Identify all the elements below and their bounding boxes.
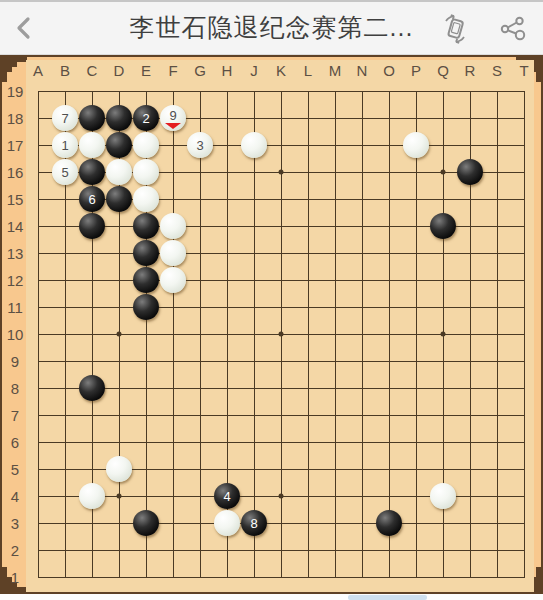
intersection-C18[interactable] — [79, 105, 106, 132]
intersection-N12[interactable] — [349, 267, 376, 294]
intersection-C16[interactable] — [79, 159, 106, 186]
intersection-M13[interactable] — [322, 240, 349, 267]
intersection-J14[interactable] — [241, 213, 268, 240]
intersection-L12[interactable] — [295, 267, 322, 294]
intersection-S1[interactable] — [484, 564, 511, 591]
intersection-C19[interactable] — [79, 78, 106, 105]
intersection-J5[interactable] — [241, 456, 268, 483]
intersection-H10[interactable] — [214, 321, 241, 348]
intersection-Q16[interactable] — [430, 159, 457, 186]
intersection-M14[interactable] — [322, 213, 349, 240]
intersection-F11[interactable] — [160, 294, 187, 321]
intersection-T1[interactable] — [511, 564, 538, 591]
intersection-H3[interactable] — [214, 510, 241, 537]
intersection-C6[interactable] — [79, 429, 106, 456]
intersection-G17[interactable]: 3 — [187, 132, 214, 159]
intersection-E19[interactable] — [133, 78, 160, 105]
intersection-B17[interactable]: 1 — [52, 132, 79, 159]
intersection-J13[interactable] — [241, 240, 268, 267]
intersection-A2[interactable] — [25, 537, 52, 564]
intersection-F10[interactable] — [160, 321, 187, 348]
intersection-Q2[interactable] — [430, 537, 457, 564]
intersection-A19[interactable] — [25, 78, 52, 105]
intersection-C5[interactable] — [79, 456, 106, 483]
intersection-T8[interactable] — [511, 375, 538, 402]
intersection-H16[interactable] — [214, 159, 241, 186]
intersection-K6[interactable] — [268, 429, 295, 456]
intersection-K13[interactable] — [268, 240, 295, 267]
intersection-H5[interactable] — [214, 456, 241, 483]
intersection-D14[interactable] — [106, 213, 133, 240]
intersection-H8[interactable] — [214, 375, 241, 402]
intersection-Q1[interactable] — [430, 564, 457, 591]
intersection-C15[interactable]: 6 — [79, 186, 106, 213]
intersection-R18[interactable] — [457, 105, 484, 132]
intersection-F15[interactable] — [160, 186, 187, 213]
intersection-M15[interactable] — [322, 186, 349, 213]
intersection-D13[interactable] — [106, 240, 133, 267]
intersection-E1[interactable] — [133, 564, 160, 591]
intersection-T14[interactable] — [511, 213, 538, 240]
intersection-K14[interactable] — [268, 213, 295, 240]
intersection-H1[interactable] — [214, 564, 241, 591]
intersection-G10[interactable] — [187, 321, 214, 348]
intersection-E15[interactable] — [133, 186, 160, 213]
intersection-B19[interactable] — [52, 78, 79, 105]
intersection-P10[interactable] — [403, 321, 430, 348]
intersection-M3[interactable] — [322, 510, 349, 537]
intersection-P13[interactable] — [403, 240, 430, 267]
intersection-J8[interactable] — [241, 375, 268, 402]
intersection-M6[interactable] — [322, 429, 349, 456]
intersection-F7[interactable] — [160, 402, 187, 429]
intersection-R8[interactable] — [457, 375, 484, 402]
intersection-Q7[interactable] — [430, 402, 457, 429]
intersection-N4[interactable] — [349, 483, 376, 510]
intersection-Q19[interactable] — [430, 78, 457, 105]
intersection-N1[interactable] — [349, 564, 376, 591]
intersection-R7[interactable] — [457, 402, 484, 429]
intersection-F9[interactable] — [160, 348, 187, 375]
intersection-J2[interactable] — [241, 537, 268, 564]
intersection-M18[interactable] — [322, 105, 349, 132]
intersection-D7[interactable] — [106, 402, 133, 429]
intersection-E11[interactable] — [133, 294, 160, 321]
intersection-E13[interactable] — [133, 240, 160, 267]
intersection-A7[interactable] — [25, 402, 52, 429]
intersection-J12[interactable] — [241, 267, 268, 294]
intersection-G18[interactable] — [187, 105, 214, 132]
intersection-S12[interactable] — [484, 267, 511, 294]
intersection-E7[interactable] — [133, 402, 160, 429]
intersection-A14[interactable] — [25, 213, 52, 240]
intersection-H7[interactable] — [214, 402, 241, 429]
intersection-H6[interactable] — [214, 429, 241, 456]
intersection-P12[interactable] — [403, 267, 430, 294]
intersection-T2[interactable] — [511, 537, 538, 564]
intersection-A12[interactable] — [25, 267, 52, 294]
intersection-E17[interactable] — [133, 132, 160, 159]
intersection-A3[interactable] — [25, 510, 52, 537]
intersection-F3[interactable] — [160, 510, 187, 537]
intersection-Q10[interactable] — [430, 321, 457, 348]
intersection-Q15[interactable] — [430, 186, 457, 213]
intersection-G14[interactable] — [187, 213, 214, 240]
intersection-D3[interactable] — [106, 510, 133, 537]
intersection-T3[interactable] — [511, 510, 538, 537]
intersection-H17[interactable] — [214, 132, 241, 159]
intersection-G9[interactable] — [187, 348, 214, 375]
intersection-D11[interactable] — [106, 294, 133, 321]
intersection-B13[interactable] — [52, 240, 79, 267]
intersection-B14[interactable] — [52, 213, 79, 240]
intersection-K3[interactable] — [268, 510, 295, 537]
intersection-M1[interactable] — [322, 564, 349, 591]
intersection-D4[interactable] — [106, 483, 133, 510]
intersection-R10[interactable] — [457, 321, 484, 348]
intersection-A18[interactable] — [25, 105, 52, 132]
intersection-J3[interactable]: 8 — [241, 510, 268, 537]
intersection-L4[interactable] — [295, 483, 322, 510]
intersection-B8[interactable] — [52, 375, 79, 402]
intersection-A9[interactable] — [25, 348, 52, 375]
intersection-C12[interactable] — [79, 267, 106, 294]
intersection-K11[interactable] — [268, 294, 295, 321]
intersection-S2[interactable] — [484, 537, 511, 564]
intersection-L14[interactable] — [295, 213, 322, 240]
intersection-T9[interactable] — [511, 348, 538, 375]
intersection-R13[interactable] — [457, 240, 484, 267]
intersection-R9[interactable] — [457, 348, 484, 375]
intersection-A10[interactable] — [25, 321, 52, 348]
intersection-D8[interactable] — [106, 375, 133, 402]
intersection-Q14[interactable] — [430, 213, 457, 240]
intersection-J4[interactable] — [241, 483, 268, 510]
intersection-R19[interactable] — [457, 78, 484, 105]
intersection-P15[interactable] — [403, 186, 430, 213]
intersection-O17[interactable] — [376, 132, 403, 159]
intersection-O11[interactable] — [376, 294, 403, 321]
intersection-L19[interactable] — [295, 78, 322, 105]
intersection-A6[interactable] — [25, 429, 52, 456]
intersection-T17[interactable] — [511, 132, 538, 159]
intersection-G6[interactable] — [187, 429, 214, 456]
intersection-B15[interactable] — [52, 186, 79, 213]
intersection-L9[interactable] — [295, 348, 322, 375]
intersection-R12[interactable] — [457, 267, 484, 294]
intersection-J16[interactable] — [241, 159, 268, 186]
intersection-F13[interactable] — [160, 240, 187, 267]
back-button[interactable] — [0, 2, 52, 54]
intersection-A13[interactable] — [25, 240, 52, 267]
intersection-L10[interactable] — [295, 321, 322, 348]
intersection-K7[interactable] — [268, 402, 295, 429]
intersection-M12[interactable] — [322, 267, 349, 294]
intersection-B12[interactable] — [52, 267, 79, 294]
intersection-F5[interactable] — [160, 456, 187, 483]
intersection-C3[interactable] — [79, 510, 106, 537]
intersection-R4[interactable] — [457, 483, 484, 510]
intersection-D5[interactable] — [106, 456, 133, 483]
intersection-F19[interactable] — [160, 78, 187, 105]
intersection-G7[interactable] — [187, 402, 214, 429]
intersection-Q12[interactable] — [430, 267, 457, 294]
intersection-J1[interactable] — [241, 564, 268, 591]
intersection-Q18[interactable] — [430, 105, 457, 132]
intersection-A16[interactable] — [25, 159, 52, 186]
intersection-E4[interactable] — [133, 483, 160, 510]
intersection-P8[interactable] — [403, 375, 430, 402]
intersection-S4[interactable] — [484, 483, 511, 510]
intersection-S5[interactable] — [484, 456, 511, 483]
intersection-T12[interactable] — [511, 267, 538, 294]
intersection-O6[interactable] — [376, 429, 403, 456]
intersection-D10[interactable] — [106, 321, 133, 348]
intersection-O5[interactable] — [376, 456, 403, 483]
intersection-J19[interactable] — [241, 78, 268, 105]
intersection-R11[interactable] — [457, 294, 484, 321]
intersection-R2[interactable] — [457, 537, 484, 564]
intersection-M5[interactable] — [322, 456, 349, 483]
intersection-J9[interactable] — [241, 348, 268, 375]
intersection-M7[interactable] — [322, 402, 349, 429]
intersection-N5[interactable] — [349, 456, 376, 483]
intersection-O16[interactable] — [376, 159, 403, 186]
intersection-Q17[interactable] — [430, 132, 457, 159]
intersection-C4[interactable] — [79, 483, 106, 510]
intersection-L8[interactable] — [295, 375, 322, 402]
intersection-G13[interactable] — [187, 240, 214, 267]
intersection-K12[interactable] — [268, 267, 295, 294]
intersection-B5[interactable] — [52, 456, 79, 483]
intersection-T5[interactable] — [511, 456, 538, 483]
intersection-N10[interactable] — [349, 321, 376, 348]
intersection-L7[interactable] — [295, 402, 322, 429]
intersection-O8[interactable] — [376, 375, 403, 402]
intersection-C2[interactable] — [79, 537, 106, 564]
intersection-L5[interactable] — [295, 456, 322, 483]
intersection-G11[interactable] — [187, 294, 214, 321]
intersection-N15[interactable] — [349, 186, 376, 213]
intersection-Q11[interactable] — [430, 294, 457, 321]
intersection-S15[interactable] — [484, 186, 511, 213]
intersection-K1[interactable] — [268, 564, 295, 591]
intersection-T15[interactable] — [511, 186, 538, 213]
intersection-Q4[interactable] — [430, 483, 457, 510]
intersection-L1[interactable] — [295, 564, 322, 591]
intersection-F16[interactable] — [160, 159, 187, 186]
intersection-G5[interactable] — [187, 456, 214, 483]
intersection-D18[interactable] — [106, 105, 133, 132]
intersection-M11[interactable] — [322, 294, 349, 321]
intersection-M16[interactable] — [322, 159, 349, 186]
intersection-C10[interactable] — [79, 321, 106, 348]
intersection-F2[interactable] — [160, 537, 187, 564]
intersection-K9[interactable] — [268, 348, 295, 375]
intersection-D9[interactable] — [106, 348, 133, 375]
intersection-D19[interactable] — [106, 78, 133, 105]
intersection-P5[interactable] — [403, 456, 430, 483]
intersection-O12[interactable] — [376, 267, 403, 294]
intersection-M17[interactable] — [322, 132, 349, 159]
intersection-K8[interactable] — [268, 375, 295, 402]
intersection-G16[interactable] — [187, 159, 214, 186]
intersection-F6[interactable] — [160, 429, 187, 456]
intersection-P9[interactable] — [403, 348, 430, 375]
intersection-E6[interactable] — [133, 429, 160, 456]
intersection-Q5[interactable] — [430, 456, 457, 483]
share-button[interactable] — [491, 7, 535, 51]
intersection-E12[interactable] — [133, 267, 160, 294]
intersection-H13[interactable] — [214, 240, 241, 267]
intersection-H14[interactable] — [214, 213, 241, 240]
intersection-P17[interactable] — [403, 132, 430, 159]
intersection-B1[interactable] — [52, 564, 79, 591]
intersection-O7[interactable] — [376, 402, 403, 429]
intersection-S18[interactable] — [484, 105, 511, 132]
intersection-B4[interactable] — [52, 483, 79, 510]
intersection-Q13[interactable] — [430, 240, 457, 267]
intersection-D17[interactable] — [106, 132, 133, 159]
intersection-N9[interactable] — [349, 348, 376, 375]
intersection-D15[interactable] — [106, 186, 133, 213]
intersection-A8[interactable] — [25, 375, 52, 402]
intersection-P7[interactable] — [403, 402, 430, 429]
intersection-B16[interactable]: 5 — [52, 159, 79, 186]
intersection-H2[interactable] — [214, 537, 241, 564]
intersection-K18[interactable] — [268, 105, 295, 132]
intersection-S9[interactable] — [484, 348, 511, 375]
intersection-T16[interactable] — [511, 159, 538, 186]
intersection-L18[interactable] — [295, 105, 322, 132]
intersection-E3[interactable] — [133, 510, 160, 537]
intersection-H12[interactable] — [214, 267, 241, 294]
intersection-E16[interactable] — [133, 159, 160, 186]
intersection-N17[interactable] — [349, 132, 376, 159]
intersection-F14[interactable] — [160, 213, 187, 240]
intersection-B2[interactable] — [52, 537, 79, 564]
intersection-O14[interactable] — [376, 213, 403, 240]
intersection-S3[interactable] — [484, 510, 511, 537]
intersection-D16[interactable] — [106, 159, 133, 186]
intersection-P6[interactable] — [403, 429, 430, 456]
intersection-T11[interactable] — [511, 294, 538, 321]
intersection-C17[interactable] — [79, 132, 106, 159]
intersection-T19[interactable] — [511, 78, 538, 105]
intersection-L6[interactable] — [295, 429, 322, 456]
intersection-N16[interactable] — [349, 159, 376, 186]
intersection-R16[interactable] — [457, 159, 484, 186]
intersection-A5[interactable] — [25, 456, 52, 483]
intersection-Q3[interactable] — [430, 510, 457, 537]
intersection-Q6[interactable] — [430, 429, 457, 456]
intersection-P11[interactable] — [403, 294, 430, 321]
intersection-S6[interactable] — [484, 429, 511, 456]
intersection-F4[interactable] — [160, 483, 187, 510]
intersection-E9[interactable] — [133, 348, 160, 375]
intersection-O10[interactable] — [376, 321, 403, 348]
intersection-K16[interactable] — [268, 159, 295, 186]
intersection-B10[interactable] — [52, 321, 79, 348]
intersection-O15[interactable] — [376, 186, 403, 213]
intersection-P19[interactable] — [403, 78, 430, 105]
intersection-L15[interactable] — [295, 186, 322, 213]
intersection-H15[interactable] — [214, 186, 241, 213]
intersection-O4[interactable] — [376, 483, 403, 510]
intersection-F1[interactable] — [160, 564, 187, 591]
intersection-L11[interactable] — [295, 294, 322, 321]
intersection-E14[interactable] — [133, 213, 160, 240]
intersection-G15[interactable] — [187, 186, 214, 213]
intersection-O13[interactable] — [376, 240, 403, 267]
intersection-R15[interactable] — [457, 186, 484, 213]
intersection-H18[interactable] — [214, 105, 241, 132]
intersection-E5[interactable] — [133, 456, 160, 483]
intersection-J6[interactable] — [241, 429, 268, 456]
intersection-P18[interactable] — [403, 105, 430, 132]
intersection-P3[interactable] — [403, 510, 430, 537]
intersection-E10[interactable] — [133, 321, 160, 348]
intersection-O2[interactable] — [376, 537, 403, 564]
intersection-S10[interactable] — [484, 321, 511, 348]
intersection-P14[interactable] — [403, 213, 430, 240]
intersection-C8[interactable] — [79, 375, 106, 402]
intersection-E2[interactable] — [133, 537, 160, 564]
intersection-G8[interactable] — [187, 375, 214, 402]
intersection-N18[interactable] — [349, 105, 376, 132]
intersection-N3[interactable] — [349, 510, 376, 537]
intersection-E8[interactable] — [133, 375, 160, 402]
intersection-Q8[interactable] — [430, 375, 457, 402]
intersection-B9[interactable] — [52, 348, 79, 375]
intersection-H9[interactable] — [214, 348, 241, 375]
intersection-S16[interactable] — [484, 159, 511, 186]
intersection-N7[interactable] — [349, 402, 376, 429]
intersection-J17[interactable] — [241, 132, 268, 159]
intersection-L3[interactable] — [295, 510, 322, 537]
intersection-S7[interactable] — [484, 402, 511, 429]
intersection-R3[interactable] — [457, 510, 484, 537]
intersection-S11[interactable] — [484, 294, 511, 321]
intersection-K10[interactable] — [268, 321, 295, 348]
intersection-N2[interactable] — [349, 537, 376, 564]
intersection-P1[interactable] — [403, 564, 430, 591]
intersection-R5[interactable] — [457, 456, 484, 483]
intersection-J10[interactable] — [241, 321, 268, 348]
intersection-R1[interactable] — [457, 564, 484, 591]
intersection-N11[interactable] — [349, 294, 376, 321]
intersection-H4[interactable]: 4 — [214, 483, 241, 510]
intersection-S19[interactable] — [484, 78, 511, 105]
intersection-S13[interactable] — [484, 240, 511, 267]
intersection-G1[interactable] — [187, 564, 214, 591]
intersection-N19[interactable] — [349, 78, 376, 105]
intersection-M2[interactable] — [322, 537, 349, 564]
intersection-A11[interactable] — [25, 294, 52, 321]
intersection-N8[interactable] — [349, 375, 376, 402]
intersection-F12[interactable] — [160, 267, 187, 294]
intersection-K19[interactable] — [268, 78, 295, 105]
intersection-D1[interactable] — [106, 564, 133, 591]
intersection-P2[interactable] — [403, 537, 430, 564]
intersection-T18[interactable] — [511, 105, 538, 132]
intersection-J15[interactable] — [241, 186, 268, 213]
intersection-C9[interactable] — [79, 348, 106, 375]
intersection-O18[interactable] — [376, 105, 403, 132]
intersection-G3[interactable] — [187, 510, 214, 537]
intersection-O3[interactable] — [376, 510, 403, 537]
intersection-J18[interactable] — [241, 105, 268, 132]
